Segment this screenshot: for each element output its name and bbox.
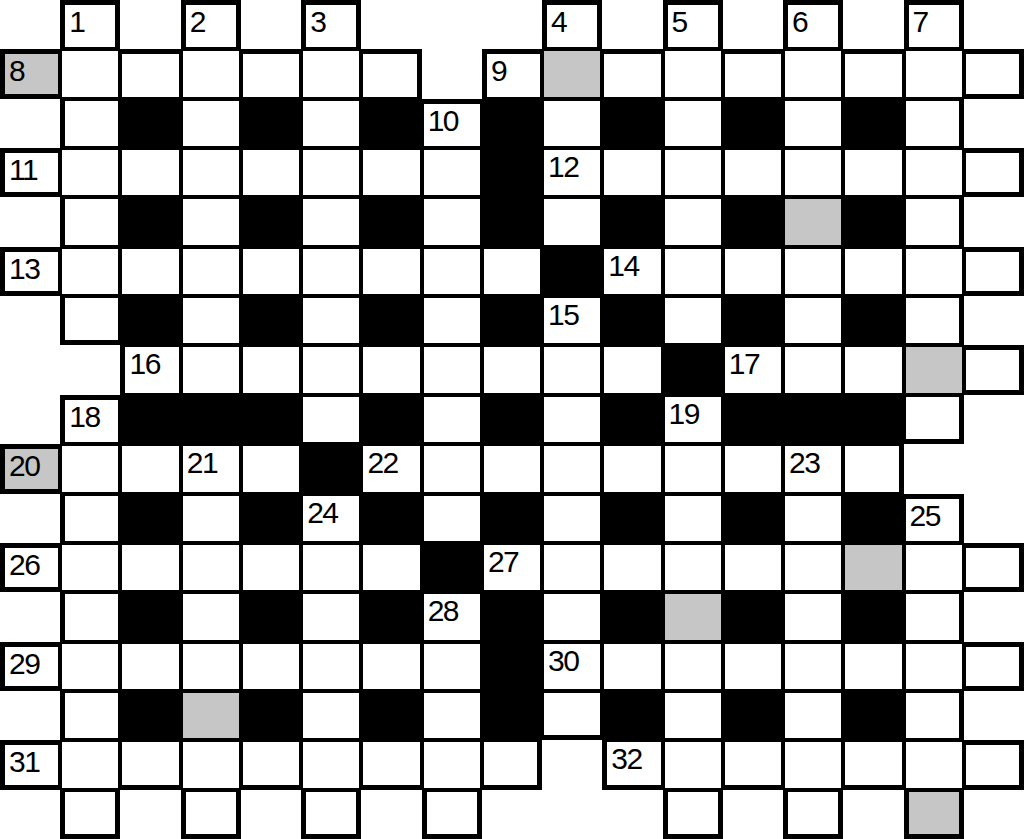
cell-r6c10-block: [602, 296, 662, 345]
cell-r9c10[interactable]: [602, 444, 662, 493]
empty-space: [0, 691, 60, 740]
cell-r8c8-block: [482, 395, 542, 444]
cell-r15c11[interactable]: [663, 740, 723, 789]
cell-r6c3[interactable]: [181, 296, 241, 345]
cell-r13c10[interactable]: [602, 642, 662, 691]
empty-space: [241, 0, 301, 49]
cell-r10c8-block: [482, 494, 542, 543]
cell-r4c7[interactable]: [422, 197, 482, 246]
empty-space: [0, 494, 60, 543]
cell-r9c6[interactable]: 22: [361, 444, 421, 493]
cell-r11c10[interactable]: [602, 543, 662, 592]
empty-space: [422, 49, 482, 98]
empty-space: [964, 691, 1024, 740]
cell-r1c14[interactable]: [843, 49, 903, 98]
clue-number-27: 27: [488, 545, 518, 578]
cell-r8c1[interactable]: 18: [60, 395, 120, 444]
cell-r2c1[interactable]: [60, 99, 120, 148]
cell-r10c5[interactable]: 24: [301, 494, 361, 543]
cell-r3c11[interactable]: [663, 148, 723, 197]
cell-r5c2[interactable]: [120, 247, 180, 296]
cell-r4c3[interactable]: [181, 197, 241, 246]
cell-r11c13[interactable]: [783, 543, 843, 592]
clue-number-31: 31: [9, 745, 39, 778]
empty-space: [0, 99, 60, 148]
cell-r7c14[interactable]: [843, 345, 903, 394]
cell-r7c8[interactable]: [482, 345, 542, 394]
cell-r8c5[interactable]: [301, 395, 361, 444]
cell-r4c12-block: [723, 197, 783, 246]
cell-r12c14-block: [843, 592, 903, 641]
empty-space: [482, 0, 542, 49]
cell-r3c0[interactable]: 11: [0, 148, 60, 197]
cell-r6c9[interactable]: 15: [542, 296, 602, 345]
cell-r2c8-block: [482, 99, 542, 148]
cell-r13c7[interactable]: [422, 642, 482, 691]
cell-r11c14[interactable]: [843, 543, 903, 592]
cell-r3c9[interactable]: 12: [542, 148, 602, 197]
cell-r10c6-block: [361, 494, 421, 543]
cell-r14c14-block: [843, 691, 903, 740]
cell-r13c1[interactable]: [60, 642, 120, 691]
empty-space: [843, 0, 903, 49]
cell-r8c13-block: [783, 395, 843, 444]
clue-number-26: 26: [9, 548, 39, 581]
clue-number-24: 24: [307, 496, 337, 529]
clue-number-6: 6: [792, 5, 807, 38]
cell-r15c1[interactable]: [60, 740, 120, 789]
cell-r14c3[interactable]: [181, 691, 241, 740]
cell-r16c5[interactable]: [301, 790, 361, 839]
cell-r6c13[interactable]: [783, 296, 843, 345]
cell-r11c12[interactable]: [723, 543, 783, 592]
cell-r14c15[interactable]: [904, 691, 964, 740]
empty-space: [120, 0, 180, 49]
cell-r15c16[interactable]: [964, 740, 1024, 789]
cell-r6c4-block: [241, 296, 301, 345]
cell-r10c10-block: [602, 494, 662, 543]
cell-r7c9[interactable]: [542, 345, 602, 394]
cell-r7c6[interactable]: [361, 345, 421, 394]
cell-r2c2-block: [120, 99, 180, 148]
cell-r6c7[interactable]: [422, 296, 482, 345]
empty-space: [843, 790, 903, 839]
cell-r11c8[interactable]: 27: [482, 543, 542, 592]
cell-r2c12-block: [723, 99, 783, 148]
cell-r1c15[interactable]: [904, 49, 964, 98]
cell-r1c2[interactable]: [120, 49, 180, 98]
clue-number-12: 12: [548, 150, 578, 183]
cell-r4c2-block: [120, 197, 180, 246]
cell-r3c7[interactable]: [422, 148, 482, 197]
empty-space: [964, 395, 1024, 444]
cell-r1c1[interactable]: [60, 49, 120, 98]
cell-r2c4-block: [241, 99, 301, 148]
cell-r3c13[interactable]: [783, 148, 843, 197]
clue-number-32: 32: [611, 742, 641, 775]
cell-r12c4-block: [241, 592, 301, 641]
clue-number-1: 1: [69, 5, 84, 38]
cell-r15c15[interactable]: [904, 740, 964, 789]
cell-r3c8-block: [482, 148, 542, 197]
cell-r6c14-block: [843, 296, 903, 345]
empty-space: [904, 444, 964, 493]
cell-r6c5[interactable]: [301, 296, 361, 345]
cell-r10c3[interactable]: [181, 494, 241, 543]
cell-r1c9[interactable]: [542, 49, 602, 98]
cell-r11c15[interactable]: [904, 543, 964, 592]
cell-r5c13[interactable]: [783, 247, 843, 296]
cell-r1c12[interactable]: [723, 49, 783, 98]
cell-r15c6[interactable]: [361, 740, 421, 789]
empty-space: [964, 99, 1024, 148]
cell-r0c11[interactable]: 5: [663, 0, 723, 49]
cell-r3c5[interactable]: [301, 148, 361, 197]
cell-r11c11[interactable]: [663, 543, 723, 592]
cell-r12c13[interactable]: [783, 592, 843, 641]
cell-r9c9[interactable]: [542, 444, 602, 493]
empty-space: [964, 197, 1024, 246]
clue-number-21: 21: [187, 446, 217, 479]
empty-space: [964, 444, 1024, 493]
cell-r5c11[interactable]: [663, 247, 723, 296]
cell-r3c10[interactable]: [602, 148, 662, 197]
cell-r12c6-block: [361, 592, 421, 641]
cell-r9c0[interactable]: 20: [0, 444, 60, 493]
clue-number-7: 7: [913, 5, 928, 38]
empty-space: [0, 592, 60, 641]
cell-r16c15[interactable]: [904, 790, 964, 839]
cell-r5c7[interactable]: [422, 247, 482, 296]
cell-r3c14[interactable]: [843, 148, 903, 197]
cell-r13c15[interactable]: [904, 642, 964, 691]
cell-r5c12[interactable]: [723, 247, 783, 296]
cell-r9c14[interactable]: [843, 444, 903, 493]
cell-r6c1[interactable]: [60, 296, 120, 345]
cell-r15c7[interactable]: [422, 740, 482, 789]
cell-r11c5[interactable]: [301, 543, 361, 592]
cell-r8c11[interactable]: 19: [663, 395, 723, 444]
clue-number-28: 28: [428, 594, 458, 627]
cell-r7c3[interactable]: [181, 345, 241, 394]
cell-r3c4[interactable]: [241, 148, 301, 197]
cell-r15c0[interactable]: 31: [0, 740, 60, 789]
empty-space: [602, 0, 662, 49]
empty-space: [542, 790, 602, 839]
cell-r15c14[interactable]: [843, 740, 903, 789]
cell-r8c4-block: [241, 395, 301, 444]
cell-r4c5[interactable]: [301, 197, 361, 246]
cell-r11c1[interactable]: [60, 543, 120, 592]
cell-r1c5[interactable]: [301, 49, 361, 98]
cell-r7c13[interactable]: [783, 345, 843, 394]
cell-r12c12-block: [723, 592, 783, 641]
cell-r1c10[interactable]: [602, 49, 662, 98]
cell-r0c5[interactable]: 3: [301, 0, 361, 49]
cell-r12c3[interactable]: [181, 592, 241, 641]
empty-space: [361, 0, 421, 49]
cell-r4c4-block: [241, 197, 301, 246]
cell-r7c12[interactable]: 17: [723, 345, 783, 394]
cell-r13c12[interactable]: [723, 642, 783, 691]
cell-r13c3[interactable]: [181, 642, 241, 691]
cell-r11c0[interactable]: 26: [0, 543, 60, 592]
clue-number-25: 25: [910, 499, 940, 532]
cell-r3c6[interactable]: [361, 148, 421, 197]
cell-r9c11[interactable]: [663, 444, 723, 493]
cell-r12c15[interactable]: [904, 592, 964, 641]
empty-space: [0, 345, 60, 394]
cell-r10c14-block: [843, 494, 903, 543]
cell-r5c15[interactable]: [904, 247, 964, 296]
empty-space: [723, 790, 783, 839]
cell-r15c4[interactable]: [241, 740, 301, 789]
cell-r9c12[interactable]: [723, 444, 783, 493]
cell-r6c11[interactable]: [663, 296, 723, 345]
cell-r2c14-block: [843, 99, 903, 148]
cell-r14c9[interactable]: [542, 691, 602, 740]
empty-space: [964, 494, 1024, 543]
cell-r9c3[interactable]: 21: [181, 444, 241, 493]
cell-r1c3[interactable]: [181, 49, 241, 98]
cell-r4c15[interactable]: [904, 197, 964, 246]
cell-r10c15[interactable]: 25: [904, 494, 964, 543]
cell-r1c0[interactable]: 8: [0, 49, 60, 98]
cell-r14c1[interactable]: [60, 691, 120, 740]
cell-r10c7[interactable]: [422, 494, 482, 543]
clue-number-11: 11: [9, 153, 37, 186]
cell-r7c15[interactable]: [904, 345, 964, 394]
cell-r14c11[interactable]: [663, 691, 723, 740]
cell-r13c6[interactable]: [361, 642, 421, 691]
cell-r10c9[interactable]: [542, 494, 602, 543]
cell-r4c1[interactable]: [60, 197, 120, 246]
cell-r11c2[interactable]: [120, 543, 180, 592]
clue-number-5: 5: [672, 5, 687, 38]
cell-r8c2-block: [120, 395, 180, 444]
cell-r5c9-block: [542, 247, 602, 296]
cell-r7c2[interactable]: 16: [120, 345, 180, 394]
cell-r2c15[interactable]: [904, 99, 964, 148]
cell-r7c16[interactable]: [964, 345, 1024, 394]
cell-r5c3[interactable]: [181, 247, 241, 296]
cell-r6c12-block: [723, 296, 783, 345]
cell-r9c2[interactable]: [120, 444, 180, 493]
cell-r4c6-block: [361, 197, 421, 246]
cell-r12c10-block: [602, 592, 662, 641]
cell-r5c0[interactable]: 13: [0, 247, 60, 296]
cell-r8c12-block: [723, 395, 783, 444]
cell-r13c8-block: [482, 642, 542, 691]
cell-r1c4[interactable]: [241, 49, 301, 98]
crossword-board: 1234567891011121314151617181920212223242…: [0, 0, 1024, 839]
cell-r14c5[interactable]: [301, 691, 361, 740]
cell-r5c8[interactable]: [482, 247, 542, 296]
clue-number-14: 14: [608, 249, 638, 282]
cell-r0c13[interactable]: 6: [783, 0, 843, 49]
cell-r2c9[interactable]: [542, 99, 602, 148]
clue-number-19: 19: [669, 397, 699, 430]
cell-r10c2-block: [120, 494, 180, 543]
empty-space: [482, 790, 542, 839]
clue-number-2: 2: [190, 5, 205, 38]
cell-r8c7[interactable]: [422, 395, 482, 444]
cell-r15c8[interactable]: [482, 740, 542, 789]
cell-r16c3[interactable]: [181, 790, 241, 839]
cell-r14c4-block: [241, 691, 301, 740]
cell-r10c11[interactable]: [663, 494, 723, 543]
cell-r1c13[interactable]: [783, 49, 843, 98]
cell-r7c10[interactable]: [602, 345, 662, 394]
clue-number-13: 13: [9, 252, 39, 285]
cell-r9c5-block: [301, 444, 361, 493]
cell-r2c3[interactable]: [181, 99, 241, 148]
cell-r14c7[interactable]: [422, 691, 482, 740]
cell-r9c13[interactable]: 23: [783, 444, 843, 493]
cell-r5c5[interactable]: [301, 247, 361, 296]
cell-r11c16[interactable]: [964, 543, 1024, 592]
cell-r0c1[interactable]: 1: [60, 0, 120, 49]
empty-space: [0, 395, 60, 444]
cell-r2c10-block: [602, 99, 662, 148]
cell-r13c16[interactable]: [964, 642, 1024, 691]
empty-space: [964, 0, 1024, 49]
cell-r13c0[interactable]: 29: [0, 642, 60, 691]
cell-r14c10-block: [602, 691, 662, 740]
cell-r12c5[interactable]: [301, 592, 361, 641]
cell-r0c15[interactable]: 7: [904, 0, 964, 49]
clue-number-10: 10: [428, 104, 458, 137]
cell-r1c16[interactable]: [964, 49, 1024, 98]
cell-r5c16[interactable]: [964, 247, 1024, 296]
cell-r9c4[interactable]: [241, 444, 301, 493]
empty-space: [964, 592, 1024, 641]
cell-r9c1[interactable]: [60, 444, 120, 493]
cell-r14c13[interactable]: [783, 691, 843, 740]
cell-r11c9[interactable]: [542, 543, 602, 592]
cell-r11c6[interactable]: [361, 543, 421, 592]
cell-r2c5[interactable]: [301, 99, 361, 148]
cell-r12c8-block: [482, 592, 542, 641]
cell-r10c1[interactable]: [60, 494, 120, 543]
empty-space: [602, 790, 662, 839]
cell-r3c15[interactable]: [904, 148, 964, 197]
cell-r4c9[interactable]: [542, 197, 602, 246]
empty-space: [964, 296, 1024, 345]
cell-r6c8-block: [482, 296, 542, 345]
cell-r7c4[interactable]: [241, 345, 301, 394]
cell-r4c8-block: [482, 197, 542, 246]
cell-r0c9[interactable]: 4: [542, 0, 602, 49]
cell-r2c11[interactable]: [663, 99, 723, 148]
cell-r15c12[interactable]: [723, 740, 783, 789]
cell-r2c7[interactable]: 10: [422, 99, 482, 148]
cell-r13c4[interactable]: [241, 642, 301, 691]
cell-r16c11[interactable]: [663, 790, 723, 839]
cell-r4c11[interactable]: [663, 197, 723, 246]
cell-r12c1[interactable]: [60, 592, 120, 641]
cell-r13c5[interactable]: [301, 642, 361, 691]
empty-space: [0, 0, 60, 49]
cell-r16c13[interactable]: [783, 790, 843, 839]
empty-space: [0, 790, 60, 839]
cell-r14c8-block: [482, 691, 542, 740]
cell-r16c7[interactable]: [422, 790, 482, 839]
clue-number-30: 30: [548, 644, 578, 677]
cell-r5c4[interactable]: [241, 247, 301, 296]
cell-r14c6-block: [361, 691, 421, 740]
cell-r5c1[interactable]: [60, 247, 120, 296]
cell-r10c12-block: [723, 494, 783, 543]
cell-r12c11[interactable]: [663, 592, 723, 641]
cell-r2c13[interactable]: [783, 99, 843, 148]
cell-r13c13[interactable]: [783, 642, 843, 691]
clue-number-15: 15: [548, 298, 578, 331]
cell-r5c14[interactable]: [843, 247, 903, 296]
cell-r1c11[interactable]: [663, 49, 723, 98]
cell-r15c3[interactable]: [181, 740, 241, 789]
cell-r8c15[interactable]: [904, 395, 964, 444]
clue-number-18: 18: [69, 400, 99, 433]
cell-r10c13[interactable]: [783, 494, 843, 543]
cell-r15c2[interactable]: [120, 740, 180, 789]
clue-number-29: 29: [9, 647, 39, 680]
cell-r6c15[interactable]: [904, 296, 964, 345]
cell-r3c3[interactable]: [181, 148, 241, 197]
cell-r4c13[interactable]: [783, 197, 843, 246]
cell-r12c9[interactable]: [542, 592, 602, 641]
cell-r1c8[interactable]: 9: [482, 49, 542, 98]
cell-r3c16[interactable]: [964, 148, 1024, 197]
cell-r2c6-block: [361, 99, 421, 148]
cell-r10c4-block: [241, 494, 301, 543]
empty-space: [723, 0, 783, 49]
cell-r8c10-block: [602, 395, 662, 444]
cell-r7c5[interactable]: [301, 345, 361, 394]
cell-r8c6-block: [361, 395, 421, 444]
cell-r5c10[interactable]: 14: [602, 247, 662, 296]
empty-space: [0, 197, 60, 246]
clue-number-3: 3: [310, 5, 325, 38]
cell-r9c8[interactable]: [482, 444, 542, 493]
clue-number-20: 20: [9, 449, 39, 482]
cell-r13c14[interactable]: [843, 642, 903, 691]
cell-r13c9[interactable]: 30: [542, 642, 602, 691]
cell-r3c2[interactable]: [120, 148, 180, 197]
cell-r15c10[interactable]: 32: [602, 740, 662, 789]
cell-r14c12-block: [723, 691, 783, 740]
cell-r7c7[interactable]: [422, 345, 482, 394]
cell-r12c2-block: [120, 592, 180, 641]
cell-r12c7[interactable]: 28: [422, 592, 482, 641]
cell-r15c5[interactable]: [301, 740, 361, 789]
cell-r13c2[interactable]: [120, 642, 180, 691]
cell-r5c6[interactable]: [361, 247, 421, 296]
cell-r3c1[interactable]: [60, 148, 120, 197]
cell-r11c4[interactable]: [241, 543, 301, 592]
cell-r16c1[interactable]: [60, 790, 120, 839]
cell-r7c11-block: [663, 345, 723, 394]
cell-r9c7[interactable]: [422, 444, 482, 493]
cell-r13c11[interactable]: [663, 642, 723, 691]
cell-r15c13[interactable]: [783, 740, 843, 789]
cell-r1c6[interactable]: [361, 49, 421, 98]
cell-r8c9[interactable]: [542, 395, 602, 444]
cell-r11c3[interactable]: [181, 543, 241, 592]
cell-r8c14-block: [843, 395, 903, 444]
cell-r3c12[interactable]: [723, 148, 783, 197]
cell-r0c3[interactable]: 2: [181, 0, 241, 49]
